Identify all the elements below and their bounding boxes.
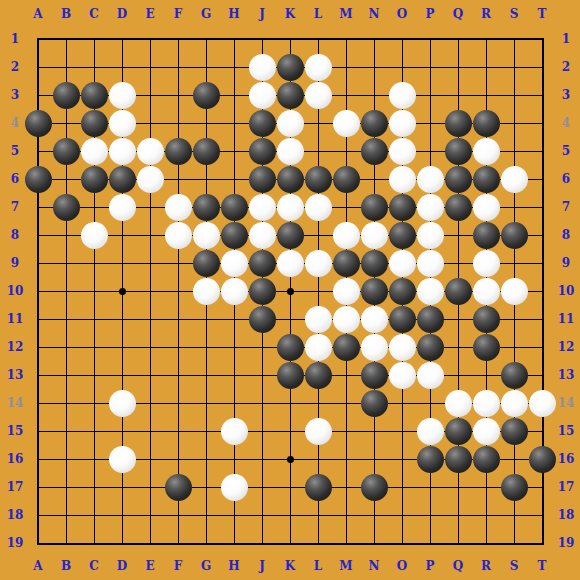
intersection-H3[interactable]: [220, 81, 248, 109]
intersection-N4[interactable]: ●: [360, 109, 388, 137]
intersection-Q13[interactable]: [444, 361, 472, 389]
intersection-S1[interactable]: [500, 25, 528, 53]
intersection-H17[interactable]: ○: [220, 473, 248, 501]
intersection-G13[interactable]: [192, 361, 220, 389]
intersection-F3[interactable]: [164, 81, 192, 109]
intersection-O10[interactable]: ●: [388, 277, 416, 305]
intersection-H2[interactable]: [220, 53, 248, 81]
intersection-R5[interactable]: ○: [472, 137, 500, 165]
intersection-R15[interactable]: ○: [472, 417, 500, 445]
intersection-L16[interactable]: [304, 445, 332, 473]
intersection-P18[interactable]: [416, 501, 444, 529]
intersection-J8[interactable]: ○: [248, 221, 276, 249]
intersection-N18[interactable]: [360, 501, 388, 529]
intersection-D15[interactable]: [108, 417, 136, 445]
intersection-G15[interactable]: [192, 417, 220, 445]
intersection-D8[interactable]: [108, 221, 136, 249]
intersection-J1[interactable]: [248, 25, 276, 53]
intersection-P17[interactable]: [416, 473, 444, 501]
intersection-A9[interactable]: [24, 249, 52, 277]
intersection-E5[interactable]: ○: [136, 137, 164, 165]
intersection-O13[interactable]: ○: [388, 361, 416, 389]
intersection-E8[interactable]: [136, 221, 164, 249]
intersection-K6[interactable]: ●: [276, 165, 304, 193]
intersection-D7[interactable]: ○: [108, 193, 136, 221]
intersection-H19[interactable]: [220, 529, 248, 557]
intersection-G12[interactable]: [192, 333, 220, 361]
intersection-F9[interactable]: [164, 249, 192, 277]
intersection-B15[interactable]: [52, 417, 80, 445]
intersection-D11[interactable]: [108, 305, 136, 333]
intersection-K7[interactable]: ○: [276, 193, 304, 221]
intersection-N14[interactable]: ●: [360, 389, 388, 417]
intersection-Q3[interactable]: [444, 81, 472, 109]
intersection-P7[interactable]: ○: [416, 193, 444, 221]
intersection-A10[interactable]: [24, 277, 52, 305]
intersection-C2[interactable]: [80, 53, 108, 81]
intersection-F16[interactable]: [164, 445, 192, 473]
intersection-G17[interactable]: [192, 473, 220, 501]
intersection-J17[interactable]: [248, 473, 276, 501]
intersection-J15[interactable]: [248, 417, 276, 445]
intersection-T17[interactable]: [528, 473, 556, 501]
intersection-A19[interactable]: [24, 529, 52, 557]
intersection-S19[interactable]: [500, 529, 528, 557]
intersection-M9[interactable]: ●: [332, 249, 360, 277]
intersection-B17[interactable]: [52, 473, 80, 501]
intersection-F13[interactable]: [164, 361, 192, 389]
intersection-A18[interactable]: [24, 501, 52, 529]
intersection-H11[interactable]: [220, 305, 248, 333]
intersection-C1[interactable]: [80, 25, 108, 53]
intersection-S12[interactable]: [500, 333, 528, 361]
intersection-Q1[interactable]: [444, 25, 472, 53]
intersection-K1[interactable]: [276, 25, 304, 53]
intersection-M3[interactable]: [332, 81, 360, 109]
intersection-A8[interactable]: [24, 221, 52, 249]
intersection-E11[interactable]: [136, 305, 164, 333]
intersection-D13[interactable]: [108, 361, 136, 389]
intersection-B14[interactable]: [52, 389, 80, 417]
intersection-M14[interactable]: [332, 389, 360, 417]
intersection-S16[interactable]: [500, 445, 528, 473]
intersection-Q10[interactable]: ●: [444, 277, 472, 305]
intersection-T13[interactable]: [528, 361, 556, 389]
intersection-H5[interactable]: [220, 137, 248, 165]
intersection-Q8[interactable]: [444, 221, 472, 249]
intersection-G2[interactable]: [192, 53, 220, 81]
intersection-P14[interactable]: [416, 389, 444, 417]
intersection-E9[interactable]: [136, 249, 164, 277]
intersection-N16[interactable]: [360, 445, 388, 473]
intersection-S18[interactable]: [500, 501, 528, 529]
intersection-N19[interactable]: [360, 529, 388, 557]
intersection-P16[interactable]: ●: [416, 445, 444, 473]
intersection-N3[interactable]: [360, 81, 388, 109]
intersection-M18[interactable]: [332, 501, 360, 529]
intersection-A1[interactable]: [24, 25, 52, 53]
intersection-T5[interactable]: [528, 137, 556, 165]
intersection-K14[interactable]: [276, 389, 304, 417]
intersection-F17[interactable]: ●: [164, 473, 192, 501]
intersection-K16[interactable]: [276, 445, 304, 473]
intersection-H6[interactable]: [220, 165, 248, 193]
intersection-J5[interactable]: ●: [248, 137, 276, 165]
intersection-R10[interactable]: ○: [472, 277, 500, 305]
intersection-J14[interactable]: [248, 389, 276, 417]
intersection-B11[interactable]: [52, 305, 80, 333]
intersection-K13[interactable]: ●: [276, 361, 304, 389]
intersection-K9[interactable]: ○: [276, 249, 304, 277]
intersection-C19[interactable]: [80, 529, 108, 557]
intersection-B18[interactable]: [52, 501, 80, 529]
intersection-A13[interactable]: [24, 361, 52, 389]
intersection-M13[interactable]: [332, 361, 360, 389]
intersection-G19[interactable]: [192, 529, 220, 557]
intersection-S3[interactable]: [500, 81, 528, 109]
intersection-H13[interactable]: [220, 361, 248, 389]
intersection-N17[interactable]: ●: [360, 473, 388, 501]
intersection-B3[interactable]: ●: [52, 81, 80, 109]
intersection-K8[interactable]: ●: [276, 221, 304, 249]
intersection-H14[interactable]: [220, 389, 248, 417]
intersection-R1[interactable]: [472, 25, 500, 53]
intersection-S15[interactable]: ●: [500, 417, 528, 445]
intersection-J9[interactable]: ●: [248, 249, 276, 277]
intersection-K5[interactable]: ○: [276, 137, 304, 165]
intersection-R9[interactable]: ○: [472, 249, 500, 277]
intersection-H9[interactable]: ○: [220, 249, 248, 277]
intersection-L19[interactable]: [304, 529, 332, 557]
intersection-T9[interactable]: [528, 249, 556, 277]
intersection-F8[interactable]: ○: [164, 221, 192, 249]
intersection-R12[interactable]: ●: [472, 333, 500, 361]
intersection-O9[interactable]: ○: [388, 249, 416, 277]
intersection-R13[interactable]: [472, 361, 500, 389]
intersection-A11[interactable]: [24, 305, 52, 333]
intersection-H1[interactable]: [220, 25, 248, 53]
intersection-Q2[interactable]: [444, 53, 472, 81]
intersection-L18[interactable]: [304, 501, 332, 529]
intersection-J3[interactable]: ○: [248, 81, 276, 109]
intersection-D5[interactable]: ○: [108, 137, 136, 165]
intersection-C6[interactable]: ●: [80, 165, 108, 193]
intersection-R14[interactable]: ○: [472, 389, 500, 417]
intersection-Q19[interactable]: [444, 529, 472, 557]
intersection-D19[interactable]: [108, 529, 136, 557]
intersection-T16[interactable]: ●: [528, 445, 556, 473]
intersection-R8[interactable]: ●: [472, 221, 500, 249]
intersection-O11[interactable]: ●: [388, 305, 416, 333]
intersection-L5[interactable]: [304, 137, 332, 165]
intersection-L6[interactable]: ●: [304, 165, 332, 193]
intersection-S13[interactable]: ●: [500, 361, 528, 389]
intersection-M11[interactable]: ○: [332, 305, 360, 333]
intersection-M2[interactable]: [332, 53, 360, 81]
intersection-K12[interactable]: ●: [276, 333, 304, 361]
intersection-E19[interactable]: [136, 529, 164, 557]
intersection-O3[interactable]: ○: [388, 81, 416, 109]
intersection-F7[interactable]: ○: [164, 193, 192, 221]
intersection-Q16[interactable]: ●: [444, 445, 472, 473]
intersection-Q12[interactable]: [444, 333, 472, 361]
intersection-C5[interactable]: ○: [80, 137, 108, 165]
intersection-D16[interactable]: ○: [108, 445, 136, 473]
intersection-T18[interactable]: [528, 501, 556, 529]
intersection-N6[interactable]: [360, 165, 388, 193]
intersection-T10[interactable]: [528, 277, 556, 305]
intersection-N9[interactable]: ●: [360, 249, 388, 277]
intersection-K18[interactable]: [276, 501, 304, 529]
intersection-F19[interactable]: [164, 529, 192, 557]
intersection-N11[interactable]: ○: [360, 305, 388, 333]
intersection-F4[interactable]: [164, 109, 192, 137]
intersection-C16[interactable]: [80, 445, 108, 473]
intersection-Q6[interactable]: ●: [444, 165, 472, 193]
intersection-R17[interactable]: [472, 473, 500, 501]
intersection-N15[interactable]: [360, 417, 388, 445]
intersection-A5[interactable]: [24, 137, 52, 165]
intersection-L3[interactable]: ○: [304, 81, 332, 109]
intersection-C13[interactable]: [80, 361, 108, 389]
intersection-S8[interactable]: ●: [500, 221, 528, 249]
intersection-M4[interactable]: ○: [332, 109, 360, 137]
intersection-B8[interactable]: [52, 221, 80, 249]
intersection-F10[interactable]: [164, 277, 192, 305]
intersection-G4[interactable]: [192, 109, 220, 137]
intersection-N10[interactable]: ●: [360, 277, 388, 305]
intersection-H7[interactable]: ●: [220, 193, 248, 221]
intersection-S5[interactable]: [500, 137, 528, 165]
intersection-N5[interactable]: ●: [360, 137, 388, 165]
intersection-C11[interactable]: [80, 305, 108, 333]
intersection-T11[interactable]: [528, 305, 556, 333]
intersection-M19[interactable]: [332, 529, 360, 557]
intersection-L14[interactable]: [304, 389, 332, 417]
intersection-B4[interactable]: [52, 109, 80, 137]
intersection-M6[interactable]: ●: [332, 165, 360, 193]
intersection-L13[interactable]: ●: [304, 361, 332, 389]
intersection-K2[interactable]: ●: [276, 53, 304, 81]
intersection-M1[interactable]: [332, 25, 360, 53]
intersection-D4[interactable]: ○: [108, 109, 136, 137]
intersection-A4[interactable]: ●: [24, 109, 52, 137]
intersection-E13[interactable]: [136, 361, 164, 389]
intersection-E12[interactable]: [136, 333, 164, 361]
intersection-O8[interactable]: ●: [388, 221, 416, 249]
intersection-M17[interactable]: [332, 473, 360, 501]
intersection-E18[interactable]: [136, 501, 164, 529]
intersection-D2[interactable]: [108, 53, 136, 81]
intersection-K17[interactable]: [276, 473, 304, 501]
intersection-Q5[interactable]: ●: [444, 137, 472, 165]
intersection-C3[interactable]: ●: [80, 81, 108, 109]
intersection-G7[interactable]: ●: [192, 193, 220, 221]
intersection-L12[interactable]: ○: [304, 333, 332, 361]
intersection-D12[interactable]: [108, 333, 136, 361]
intersection-C9[interactable]: [80, 249, 108, 277]
intersection-D18[interactable]: [108, 501, 136, 529]
intersection-E17[interactable]: [136, 473, 164, 501]
intersection-J7[interactable]: ○: [248, 193, 276, 221]
intersection-H12[interactable]: [220, 333, 248, 361]
intersection-G9[interactable]: ●: [192, 249, 220, 277]
intersection-S6[interactable]: ○: [500, 165, 528, 193]
intersection-C12[interactable]: [80, 333, 108, 361]
intersection-A16[interactable]: [24, 445, 52, 473]
intersection-S7[interactable]: [500, 193, 528, 221]
intersection-D3[interactable]: ○: [108, 81, 136, 109]
intersection-M15[interactable]: [332, 417, 360, 445]
intersection-R18[interactable]: [472, 501, 500, 529]
intersection-L9[interactable]: ○: [304, 249, 332, 277]
intersection-J19[interactable]: [248, 529, 276, 557]
intersection-M10[interactable]: ○: [332, 277, 360, 305]
intersection-A14[interactable]: [24, 389, 52, 417]
intersection-D17[interactable]: [108, 473, 136, 501]
intersection-P11[interactable]: ●: [416, 305, 444, 333]
intersection-D6[interactable]: ●: [108, 165, 136, 193]
intersection-J12[interactable]: [248, 333, 276, 361]
intersection-D9[interactable]: [108, 249, 136, 277]
intersection-J10[interactable]: ●: [248, 277, 276, 305]
intersection-T1[interactable]: [528, 25, 556, 53]
intersection-J13[interactable]: [248, 361, 276, 389]
intersection-J6[interactable]: ●: [248, 165, 276, 193]
intersection-P5[interactable]: [416, 137, 444, 165]
intersection-O15[interactable]: [388, 417, 416, 445]
intersection-O4[interactable]: ○: [388, 109, 416, 137]
intersection-A12[interactable]: [24, 333, 52, 361]
intersection-R2[interactable]: [472, 53, 500, 81]
intersection-J16[interactable]: [248, 445, 276, 473]
intersection-Q9[interactable]: [444, 249, 472, 277]
intersection-P4[interactable]: [416, 109, 444, 137]
intersection-Q14[interactable]: ○: [444, 389, 472, 417]
intersection-G16[interactable]: [192, 445, 220, 473]
intersection-Q11[interactable]: [444, 305, 472, 333]
intersection-E3[interactable]: [136, 81, 164, 109]
intersection-G1[interactable]: [192, 25, 220, 53]
intersection-M7[interactable]: [332, 193, 360, 221]
intersection-K11[interactable]: [276, 305, 304, 333]
intersection-O18[interactable]: [388, 501, 416, 529]
intersection-T2[interactable]: [528, 53, 556, 81]
intersection-A15[interactable]: [24, 417, 52, 445]
intersection-A6[interactable]: ●: [24, 165, 52, 193]
intersection-C14[interactable]: [80, 389, 108, 417]
intersection-R11[interactable]: ●: [472, 305, 500, 333]
intersection-T6[interactable]: [528, 165, 556, 193]
intersection-Q18[interactable]: [444, 501, 472, 529]
intersection-O6[interactable]: ○: [388, 165, 416, 193]
intersection-F18[interactable]: [164, 501, 192, 529]
intersection-F11[interactable]: [164, 305, 192, 333]
intersection-E1[interactable]: [136, 25, 164, 53]
intersection-M16[interactable]: [332, 445, 360, 473]
intersection-L4[interactable]: [304, 109, 332, 137]
intersection-M5[interactable]: [332, 137, 360, 165]
intersection-G5[interactable]: ●: [192, 137, 220, 165]
intersection-O19[interactable]: [388, 529, 416, 557]
intersection-C7[interactable]: [80, 193, 108, 221]
intersection-G18[interactable]: [192, 501, 220, 529]
intersection-P12[interactable]: ●: [416, 333, 444, 361]
intersection-T3[interactable]: [528, 81, 556, 109]
intersection-H16[interactable]: [220, 445, 248, 473]
intersection-A17[interactable]: [24, 473, 52, 501]
intersection-L17[interactable]: ●: [304, 473, 332, 501]
intersection-B12[interactable]: [52, 333, 80, 361]
intersection-P19[interactable]: [416, 529, 444, 557]
intersection-L15[interactable]: ○: [304, 417, 332, 445]
intersection-R6[interactable]: ●: [472, 165, 500, 193]
intersection-B16[interactable]: [52, 445, 80, 473]
intersection-P10[interactable]: ○: [416, 277, 444, 305]
intersection-E10[interactable]: [136, 277, 164, 305]
intersection-R3[interactable]: [472, 81, 500, 109]
intersection-S9[interactable]: [500, 249, 528, 277]
intersection-H4[interactable]: [220, 109, 248, 137]
intersection-G6[interactable]: [192, 165, 220, 193]
intersection-N2[interactable]: [360, 53, 388, 81]
intersection-R16[interactable]: ●: [472, 445, 500, 473]
intersection-S14[interactable]: ○: [500, 389, 528, 417]
intersection-B1[interactable]: [52, 25, 80, 53]
intersection-E15[interactable]: [136, 417, 164, 445]
intersection-N1[interactable]: [360, 25, 388, 53]
intersection-O17[interactable]: [388, 473, 416, 501]
intersection-O14[interactable]: [388, 389, 416, 417]
intersection-H10[interactable]: ○: [220, 277, 248, 305]
intersection-B13[interactable]: [52, 361, 80, 389]
intersection-O16[interactable]: [388, 445, 416, 473]
intersection-E6[interactable]: ○: [136, 165, 164, 193]
intersection-P6[interactable]: ○: [416, 165, 444, 193]
intersection-O1[interactable]: [388, 25, 416, 53]
intersection-F12[interactable]: [164, 333, 192, 361]
intersection-L1[interactable]: [304, 25, 332, 53]
intersection-L11[interactable]: ○: [304, 305, 332, 333]
intersection-R4[interactable]: ●: [472, 109, 500, 137]
intersection-F5[interactable]: ●: [164, 137, 192, 165]
intersection-K15[interactable]: [276, 417, 304, 445]
intersection-L10[interactable]: [304, 277, 332, 305]
intersection-T12[interactable]: [528, 333, 556, 361]
intersection-Q4[interactable]: ●: [444, 109, 472, 137]
intersection-B6[interactable]: [52, 165, 80, 193]
intersection-F2[interactable]: [164, 53, 192, 81]
intersection-K10[interactable]: [276, 277, 304, 305]
intersection-A7[interactable]: [24, 193, 52, 221]
intersection-B5[interactable]: ●: [52, 137, 80, 165]
intersection-L7[interactable]: ○: [304, 193, 332, 221]
intersection-B2[interactable]: [52, 53, 80, 81]
intersection-S17[interactable]: ●: [500, 473, 528, 501]
intersection-C4[interactable]: ●: [80, 109, 108, 137]
intersection-M8[interactable]: ○: [332, 221, 360, 249]
intersection-N7[interactable]: ●: [360, 193, 388, 221]
intersection-F15[interactable]: [164, 417, 192, 445]
intersection-T4[interactable]: [528, 109, 556, 137]
intersection-D10[interactable]: [108, 277, 136, 305]
intersection-S2[interactable]: [500, 53, 528, 81]
intersection-E14[interactable]: [136, 389, 164, 417]
intersection-J18[interactable]: [248, 501, 276, 529]
intersection-F14[interactable]: [164, 389, 192, 417]
intersection-D14[interactable]: ○: [108, 389, 136, 417]
intersection-T7[interactable]: [528, 193, 556, 221]
